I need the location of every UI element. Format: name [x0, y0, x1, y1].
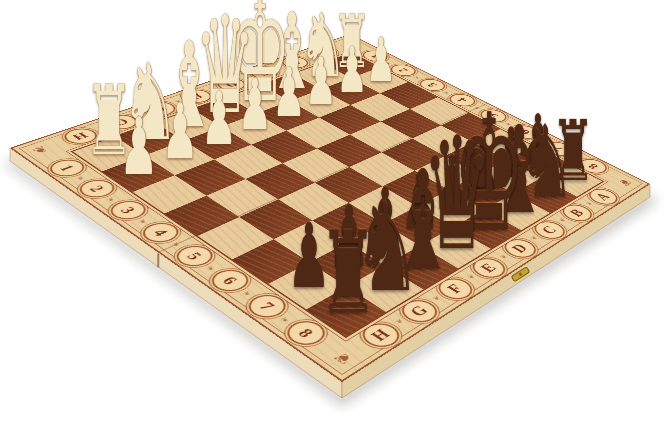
white-pawn-a2[interactable]: ♟ — [366, 29, 396, 90]
white-pawn-b2[interactable]: ♟ — [336, 39, 367, 102]
chess-set-photo: HGFEDCBA HGFEDCBA 12345678 12345678 ❦❦❦❦… — [0, 0, 670, 426]
white-pawn-e2[interactable]: ♟ — [237, 70, 272, 141]
pieces-layer: ♜♞♝♛♚♝♞♜♟♟♟♟♟♟♟♟♟♟♟♟♟♟♟♟♜♞♝♛♚♝♞♜ — [0, 0, 670, 426]
white-pawn-c2[interactable]: ♟ — [305, 49, 337, 115]
white-pawn-d2[interactable]: ♟ — [272, 59, 306, 127]
white-pawn-f2[interactable]: ♟ — [200, 82, 236, 155]
black-rook-h8[interactable]: ♜ — [318, 218, 377, 331]
white-pawn-g2[interactable]: ♟ — [161, 94, 199, 170]
white-pawn-h2[interactable]: ♟ — [120, 108, 159, 188]
